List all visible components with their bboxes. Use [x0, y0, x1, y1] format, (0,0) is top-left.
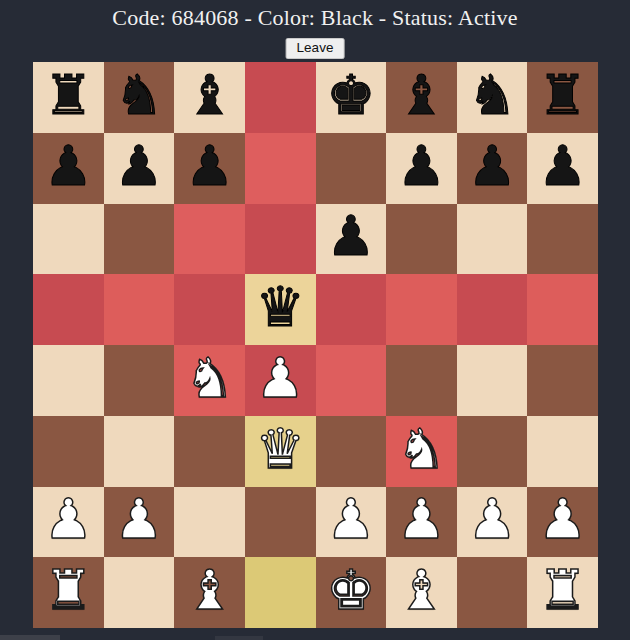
square-a7[interactable]: ♟ — [33, 133, 104, 204]
square-d7[interactable] — [245, 133, 316, 204]
square-e3[interactable] — [316, 416, 387, 487]
bottom-partial-element — [0, 635, 60, 640]
square-a2[interactable]: ♟ — [33, 487, 104, 558]
square-e5[interactable] — [316, 274, 387, 345]
piece-black-pawn[interactable]: ♟ — [397, 139, 446, 194]
piece-white-pawn[interactable]: ♟ — [467, 492, 516, 547]
square-e8[interactable]: ♚ — [316, 62, 387, 133]
square-g1[interactable] — [457, 557, 528, 628]
piece-white-pawn[interactable]: ♟ — [397, 492, 446, 547]
square-h1[interactable]: ♜ — [527, 557, 598, 628]
square-g5[interactable] — [457, 274, 528, 345]
square-b2[interactable]: ♟ — [104, 487, 175, 558]
square-c8[interactable]: ♝ — [174, 62, 245, 133]
square-c3[interactable] — [174, 416, 245, 487]
square-b8[interactable]: ♞ — [104, 62, 175, 133]
square-a6[interactable] — [33, 204, 104, 275]
square-b1[interactable] — [104, 557, 175, 628]
square-f5[interactable] — [386, 274, 457, 345]
piece-black-pawn[interactable]: ♟ — [185, 139, 234, 194]
square-b7[interactable]: ♟ — [104, 133, 175, 204]
square-f1[interactable]: ♝ — [386, 557, 457, 628]
square-h6[interactable] — [527, 204, 598, 275]
square-a4[interactable] — [33, 345, 104, 416]
square-b4[interactable] — [104, 345, 175, 416]
square-f2[interactable]: ♟ — [386, 487, 457, 558]
square-g3[interactable] — [457, 416, 528, 487]
piece-black-bishop[interactable]: ♝ — [185, 68, 234, 123]
bottom-strip — [0, 628, 630, 640]
square-f4[interactable] — [386, 345, 457, 416]
square-h4[interactable] — [527, 345, 598, 416]
square-h8[interactable]: ♜ — [527, 62, 598, 133]
piece-white-knight[interactable]: ♞ — [185, 351, 234, 406]
square-a8[interactable]: ♜ — [33, 62, 104, 133]
piece-white-pawn[interactable]: ♟ — [538, 492, 587, 547]
square-e7[interactable] — [316, 133, 387, 204]
square-d5[interactable]: ♛ — [245, 274, 316, 345]
square-d4[interactable]: ♟ — [245, 345, 316, 416]
square-c7[interactable]: ♟ — [174, 133, 245, 204]
chess-board: ♜♞♝♚♝♞♜♟♟♟♟♟♟♟♛♞♟♛♞♟♟♟♟♟♟♜♝♚♝♜ — [33, 62, 598, 628]
square-b5[interactable] — [104, 274, 175, 345]
piece-white-pawn[interactable]: ♟ — [326, 492, 375, 547]
piece-black-pawn[interactable]: ♟ — [44, 139, 93, 194]
square-d3[interactable]: ♛ — [245, 416, 316, 487]
square-e6[interactable]: ♟ — [316, 204, 387, 275]
square-d2[interactable] — [245, 487, 316, 558]
square-b6[interactable] — [104, 204, 175, 275]
piece-black-pawn[interactable]: ♟ — [114, 139, 163, 194]
piece-white-rook[interactable]: ♜ — [44, 563, 93, 618]
piece-white-queen[interactable]: ♛ — [256, 422, 305, 477]
piece-black-pawn[interactable]: ♟ — [326, 209, 375, 264]
square-f6[interactable] — [386, 204, 457, 275]
square-g4[interactable] — [457, 345, 528, 416]
square-d8[interactable] — [245, 62, 316, 133]
piece-white-rook[interactable]: ♜ — [538, 563, 587, 618]
page-title: Code: 684068 - Color: Black - Status: Ac… — [0, 5, 630, 31]
piece-black-knight[interactable]: ♞ — [467, 68, 516, 123]
piece-black-bishop[interactable]: ♝ — [397, 68, 446, 123]
square-f7[interactable]: ♟ — [386, 133, 457, 204]
piece-white-bishop[interactable]: ♝ — [185, 563, 234, 618]
square-h3[interactable] — [527, 416, 598, 487]
piece-white-knight[interactable]: ♞ — [397, 422, 446, 477]
square-g2[interactable]: ♟ — [457, 487, 528, 558]
piece-black-knight[interactable]: ♞ — [114, 68, 163, 123]
square-g8[interactable]: ♞ — [457, 62, 528, 133]
square-e2[interactable]: ♟ — [316, 487, 387, 558]
square-h5[interactable] — [527, 274, 598, 345]
square-a1[interactable]: ♜ — [33, 557, 104, 628]
square-c6[interactable] — [174, 204, 245, 275]
piece-black-pawn[interactable]: ♟ — [538, 139, 587, 194]
piece-white-pawn[interactable]: ♟ — [256, 351, 305, 406]
piece-white-pawn[interactable]: ♟ — [114, 492, 163, 547]
square-d6[interactable] — [245, 204, 316, 275]
square-h7[interactable]: ♟ — [527, 133, 598, 204]
piece-black-pawn[interactable]: ♟ — [467, 139, 516, 194]
square-d1[interactable] — [245, 557, 316, 628]
square-f3[interactable]: ♞ — [386, 416, 457, 487]
square-f8[interactable]: ♝ — [386, 62, 457, 133]
square-g7[interactable]: ♟ — [457, 133, 528, 204]
square-a3[interactable] — [33, 416, 104, 487]
piece-black-rook[interactable]: ♜ — [44, 68, 93, 123]
piece-white-bishop[interactable]: ♝ — [397, 563, 446, 618]
piece-white-pawn[interactable]: ♟ — [44, 492, 93, 547]
square-c2[interactable] — [174, 487, 245, 558]
square-c4[interactable]: ♞ — [174, 345, 245, 416]
square-b3[interactable] — [104, 416, 175, 487]
piece-black-king[interactable]: ♚ — [326, 68, 375, 123]
square-h2[interactable]: ♟ — [527, 487, 598, 558]
piece-black-rook[interactable]: ♜ — [538, 68, 587, 123]
square-e1[interactable]: ♚ — [316, 557, 387, 628]
leave-button[interactable]: Leave — [286, 38, 345, 59]
square-c1[interactable]: ♝ — [174, 557, 245, 628]
square-a5[interactable] — [33, 274, 104, 345]
piece-black-queen[interactable]: ♛ — [256, 280, 305, 335]
bottom-partial-element — [215, 636, 263, 640]
square-g6[interactable] — [457, 204, 528, 275]
square-c5[interactable] — [174, 274, 245, 345]
piece-white-king[interactable]: ♚ — [326, 563, 375, 618]
square-e4[interactable] — [316, 345, 387, 416]
